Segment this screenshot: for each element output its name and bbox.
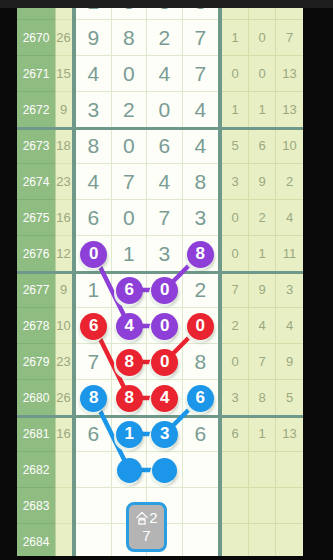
miss-value-cell: 26 (55, 380, 72, 416)
sum-value-chip[interactable]: 2 7 (126, 502, 167, 552)
period-cell: 2675 (17, 200, 55, 236)
stat-cell: 3 (222, 380, 249, 416)
miss-value-cell (55, 488, 72, 524)
circled-digit-mark: 6 (187, 385, 214, 412)
stat-cell: 1 (249, 236, 276, 272)
digit-cell: 4 (76, 164, 112, 200)
stat-cell: 0 (249, 20, 276, 56)
miss-value-cell: 15 (55, 56, 72, 92)
period-cell: 2674 (17, 164, 55, 200)
miss-value-cell (55, 524, 72, 560)
stat-cell: 13 (276, 56, 303, 92)
digit-cell: 4 (147, 164, 183, 200)
digit-cell: 9 (76, 20, 112, 56)
stat-cell: 7 (276, 20, 303, 56)
group-separator (17, 127, 303, 130)
digit-cell: 1 (112, 236, 148, 272)
digit-cell: 0 (112, 128, 148, 164)
digit-cell: 7 (147, 200, 183, 236)
digit-cell (183, 452, 219, 488)
period-cell: 2680 (17, 380, 55, 416)
stat-cell: 13 (276, 92, 303, 128)
digit-cell (183, 524, 219, 560)
stat-cell (276, 488, 303, 524)
period-cell: 2682 (17, 452, 55, 488)
period-cell: 2684 (17, 524, 55, 560)
group-separator (17, 415, 303, 418)
stat-cell: 4 (276, 308, 303, 344)
sum-chip-line1-number: 2 (149, 509, 157, 527)
period-cell: 2677 (17, 272, 55, 308)
digit-cell: 4 (76, 56, 112, 92)
stat-cell (249, 488, 276, 524)
stat-cell: 9 (276, 344, 303, 380)
digit-cell: 7 (112, 164, 148, 200)
circled-digit-mark: 8 (187, 241, 214, 268)
circled-digit-mark: 4 (151, 385, 178, 412)
stat-cell: 5 (222, 128, 249, 164)
he-sum-glyph-icon (135, 511, 149, 525)
period-cell: 2678 (17, 308, 55, 344)
circled-digit-mark: 8 (116, 385, 143, 412)
sum-chip-line2-number: 7 (142, 527, 150, 545)
circled-digit-mark: 6 (80, 313, 107, 340)
digit-cell: 6 (183, 416, 219, 452)
circled-digit-mark: 0 (151, 313, 178, 340)
stat-cell (276, 524, 303, 560)
stat-cell: 1 (222, 92, 249, 128)
stat-cell: 0 (222, 200, 249, 236)
stat-cell: 2 (276, 164, 303, 200)
digit-cell: 2 (112, 92, 148, 128)
miss-value-cell: 26 (55, 20, 72, 56)
stat-cell: 8 (249, 380, 276, 416)
filled-dot-mark (152, 458, 177, 483)
bottom-black-strip (0, 556, 333, 560)
digit-cell: 2 (147, 20, 183, 56)
circled-digit-mark: 4 (116, 313, 143, 340)
period-cell: 2670 (17, 20, 55, 56)
stat-cell (249, 524, 276, 560)
sum-chip-line1: 2 (135, 509, 157, 527)
digit-cell (76, 524, 112, 560)
period-value-divider (55, 8, 56, 556)
sum-chip-line2: 7 (142, 527, 150, 545)
digit-cell: 7 (183, 20, 219, 56)
digit-cell: 8 (76, 128, 112, 164)
group-separator (17, 271, 303, 274)
miss-value-cell: 23 (55, 344, 72, 380)
digit-cell: 4 (183, 128, 219, 164)
main-grid-left-border (72, 8, 76, 556)
digit-cell (183, 488, 219, 524)
circled-digit-mark: 8 (116, 349, 143, 376)
circled-digit-mark: 0 (151, 277, 178, 304)
main-grid-right-border (218, 8, 222, 556)
miss-value-cell: 16 (55, 200, 72, 236)
stat-cell: 9 (249, 164, 276, 200)
period-cell: 2683 (17, 488, 55, 524)
digit-cell: 7 (183, 56, 219, 92)
digit-cell: 0 (112, 200, 148, 236)
circled-digit-mark: 8 (80, 385, 107, 412)
stat-cell: 0 (249, 56, 276, 92)
period-cell: 2671 (17, 56, 55, 92)
digit-cell: 8 (183, 164, 219, 200)
left-black-strip (0, 0, 17, 560)
stat-cell: 1 (222, 20, 249, 56)
stat-cell: 3 (276, 272, 303, 308)
miss-value-cell: 10 (55, 308, 72, 344)
circled-digit-mark: 6 (116, 277, 143, 304)
stat-cell: 10 (276, 128, 303, 164)
miss-value-cell (55, 452, 72, 488)
digit-cell: 6 (147, 128, 183, 164)
digit-cell: 4 (147, 56, 183, 92)
digit-cell: 6 (76, 416, 112, 452)
stat-cell: 2 (249, 200, 276, 236)
digit-cell: 4 (183, 92, 219, 128)
digit-cell: 3 (76, 92, 112, 128)
stat-cell: 1 (249, 416, 276, 452)
circled-digit-mark: 1 (116, 421, 143, 448)
miss-value-cell: 23 (55, 164, 72, 200)
miss-value-cell: 16 (55, 416, 72, 452)
filled-dot-mark (117, 458, 142, 483)
stat-cell: 4 (276, 200, 303, 236)
stat-cell (276, 452, 303, 488)
stat-cell: 13 (276, 416, 303, 452)
stat-cell: 0 (222, 344, 249, 380)
stat-cell (222, 452, 249, 488)
circled-digit-mark: 3 (151, 421, 178, 448)
stat-cell: 2 (222, 308, 249, 344)
right-black-strip (303, 0, 333, 560)
stat-cell: 0 (222, 56, 249, 92)
stat-cell: 7 (222, 272, 249, 308)
stat-cell (222, 524, 249, 560)
digit-cell: 3 (183, 200, 219, 236)
circled-digit-mark: 0 (187, 313, 214, 340)
digit-cell: 8 (183, 344, 219, 380)
miss-value-cell: 12 (55, 236, 72, 272)
status-bar (0, 0, 333, 8)
period-cell: 2673 (17, 128, 55, 164)
stat-cell: 1 (249, 92, 276, 128)
digit-cell (76, 488, 112, 524)
stat-cell: 0 (222, 236, 249, 272)
period-cell: 2681 (17, 416, 55, 452)
period-cell: 2676 (17, 236, 55, 272)
period-cell: 2672 (17, 92, 55, 128)
digit-cell (76, 452, 112, 488)
digit-cell: 8 (112, 20, 148, 56)
digit-cell: 0 (147, 92, 183, 128)
digit-cell: 0 (112, 56, 148, 92)
stat-cell: 11 (276, 236, 303, 272)
digit-cell: 1 (76, 272, 112, 308)
miss-value-cell: 9 (55, 272, 72, 308)
stat-cell: 7 (249, 344, 276, 380)
stat-cell: 4 (249, 308, 276, 344)
circled-digit-mark: 0 (80, 241, 107, 268)
stat-cell: 5 (276, 380, 303, 416)
stat-cell (249, 452, 276, 488)
stat-cell: 6 (249, 128, 276, 164)
stat-cell: 9 (249, 272, 276, 308)
digit-cell: 2 (183, 272, 219, 308)
miss-value-cell: 9 (55, 92, 72, 128)
period-cell: 2679 (17, 344, 55, 380)
digit-cell: 6 (76, 200, 112, 236)
app-screen: 2333002670269827107267115404700132672932… (0, 0, 333, 560)
digit-cell: 3 (147, 236, 183, 272)
stat-cell: 6 (222, 416, 249, 452)
circled-digit-mark: 0 (151, 349, 178, 376)
stat-cell (222, 488, 249, 524)
stat-cell: 3 (222, 164, 249, 200)
digit-cell: 7 (76, 344, 112, 380)
miss-value-cell: 18 (55, 128, 72, 164)
